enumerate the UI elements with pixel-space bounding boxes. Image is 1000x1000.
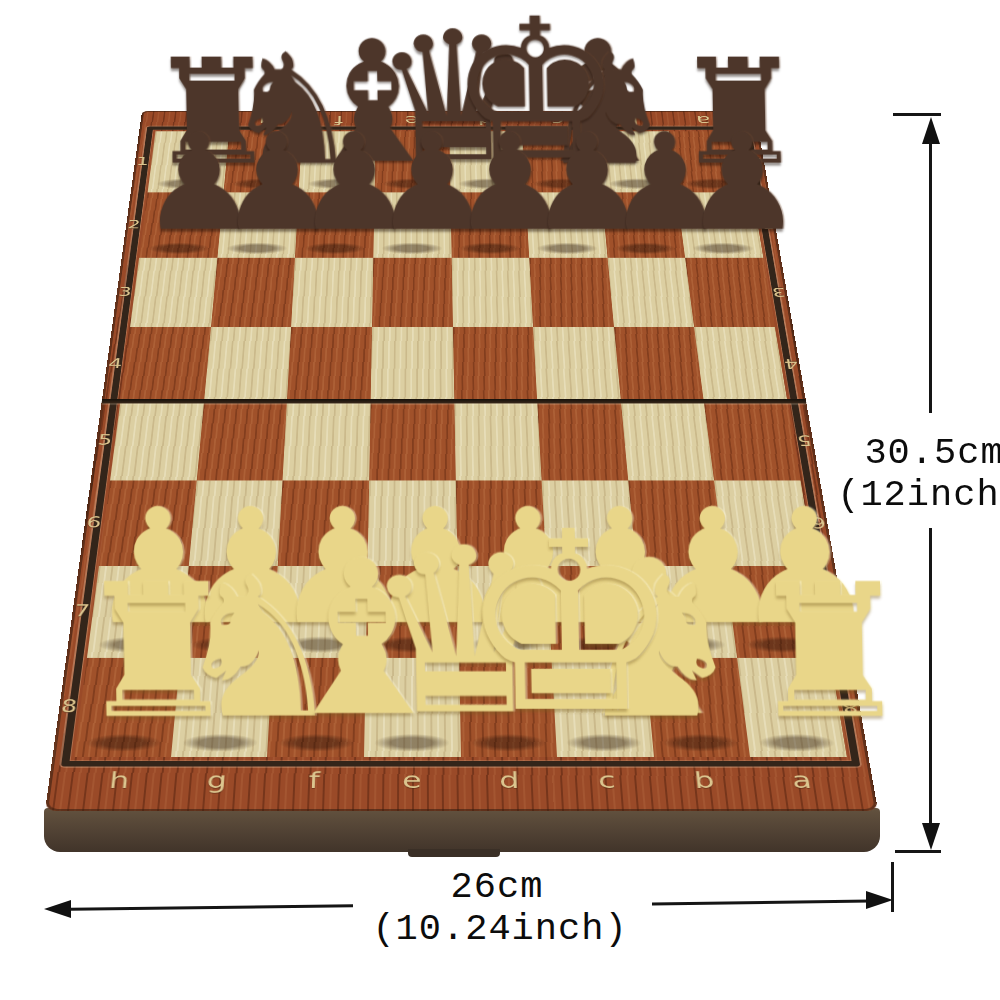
- height-top-tick: [893, 113, 941, 116]
- width-line-right: [652, 899, 870, 905]
- square-a5: [704, 401, 801, 480]
- square-d6: [455, 481, 546, 566]
- chess-board: 1122334455667788hhggffeeddccbbaa♜♞♝♛♚♝♞♜…: [45, 111, 878, 811]
- rank-label-left-4: 4: [104, 357, 127, 370]
- piece-shadow: [609, 178, 668, 189]
- rank-label-right-6: 6: [806, 515, 832, 530]
- square-d4: [453, 327, 538, 401]
- rank-label-left-2: 2: [123, 219, 145, 230]
- rank-label-right-2: 2: [756, 219, 778, 230]
- square-e3: [372, 258, 453, 327]
- square-g4: [204, 327, 292, 401]
- square-c6: [542, 481, 636, 566]
- piece-shadow: [308, 178, 366, 189]
- square-b5: [621, 401, 715, 480]
- height-arrow-up-icon: [922, 117, 940, 144]
- square-d3: [451, 258, 533, 327]
- file-label-top-d: d: [449, 114, 522, 126]
- width-inch-label: (10.24inch): [372, 908, 627, 950]
- square-b6: [628, 481, 725, 566]
- product-photo-canvas: 1122334455667788hhggffeeddccbbaa♜♞♝♛♚♝♞♜…: [0, 0, 1000, 1000]
- piece-shadow: [533, 178, 592, 189]
- file-label-top-g: g: [229, 114, 302, 126]
- piece-shadow: [157, 178, 216, 189]
- rank-label-left-6: 6: [81, 515, 106, 530]
- square-d5: [454, 401, 542, 480]
- square-h6: [99, 481, 196, 566]
- piece-shadow: [615, 243, 676, 254]
- width-cm-label: 26cm: [451, 866, 544, 908]
- square-f6: [278, 481, 369, 566]
- square-a6: [714, 481, 815, 566]
- board-fold-line: [101, 399, 806, 404]
- square-f5: [283, 401, 371, 480]
- square-e4: [371, 327, 454, 401]
- square-c5: [537, 401, 628, 480]
- width-arrow-right-icon: [866, 891, 893, 909]
- square-g3: [211, 258, 296, 327]
- square-h4: [120, 327, 210, 401]
- width-line-left: [70, 904, 353, 910]
- file-label-bottom-c: c: [558, 769, 657, 791]
- piece-shadow: [684, 178, 744, 189]
- file-label-bottom-d: d: [461, 769, 559, 791]
- square-g5: [196, 401, 287, 480]
- piece-shadow: [232, 178, 291, 189]
- width-arrow-left-icon: [44, 900, 71, 918]
- rank-label-right-3: 3: [767, 286, 790, 298]
- piece-shadow: [304, 243, 364, 254]
- file-label-bottom-f: f: [265, 769, 363, 791]
- piece-shadow: [383, 178, 441, 189]
- file-label-top-c: c: [521, 114, 594, 126]
- square-f4: [287, 327, 372, 401]
- file-label-bottom-e: e: [363, 769, 460, 791]
- file-label-bottom-g: g: [167, 769, 266, 791]
- square-c3: [529, 258, 613, 327]
- height-bottom-tick: [895, 850, 941, 853]
- height-arrow-down-icon: [922, 823, 940, 850]
- file-label-bottom-a: a: [752, 769, 852, 791]
- board-squares-grid: [74, 131, 847, 757]
- file-label-top-h: h: [156, 114, 230, 126]
- file-label-top-b: b: [594, 114, 668, 126]
- hinge-clasp-tab: [408, 849, 500, 857]
- square-g6: [188, 481, 282, 566]
- piece-shadow: [460, 243, 520, 254]
- board-scene: 1122334455667788hhggffeeddccbbaa♜♞♝♛♚♝♞♜…: [20, 0, 878, 811]
- piece-shadow: [692, 243, 754, 254]
- rank-label-right-4: 4: [779, 357, 803, 370]
- rank-label-right-1: 1: [746, 156, 767, 166]
- file-label-top-f: f: [303, 114, 376, 126]
- square-h3: [130, 258, 217, 327]
- square-e5: [369, 401, 455, 480]
- file-label-bottom-h: h: [70, 769, 169, 791]
- square-e6: [367, 481, 457, 566]
- piece-shadow: [226, 243, 287, 254]
- piece-shadow: [458, 178, 516, 189]
- square-c4: [533, 327, 621, 401]
- square-a3: [685, 258, 775, 327]
- square-f3: [291, 258, 373, 327]
- rank-label-left-3: 3: [114, 286, 137, 298]
- rank-label-left-1: 1: [132, 156, 153, 166]
- file-label-bottom-b: b: [655, 769, 754, 791]
- square-h5: [110, 401, 204, 480]
- height-inch-label: (12inch): [837, 474, 1000, 516]
- height-line-upper: [929, 141, 932, 413]
- piece-shadow: [149, 243, 210, 254]
- height-line-lower: [929, 528, 932, 824]
- piece-shadow: [537, 243, 598, 254]
- file-label-top-e: e: [376, 114, 449, 126]
- square-a4: [694, 327, 787, 401]
- piece-shadow: [382, 243, 442, 254]
- square-b4: [614, 327, 704, 401]
- file-label-top-a: a: [667, 114, 741, 126]
- board-front-face: [44, 808, 880, 852]
- width-right-tick: [891, 862, 894, 912]
- height-cm-label: 30.5cm: [864, 432, 1000, 474]
- square-b3: [607, 258, 694, 327]
